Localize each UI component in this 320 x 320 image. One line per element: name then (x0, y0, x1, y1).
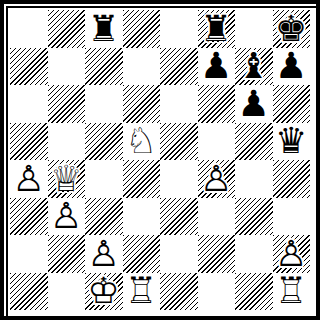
square-f1[interactable] (198, 273, 236, 311)
square-c8[interactable]: ♜♜ (85, 10, 123, 48)
white-pawn-f4[interactable]: ♙ (198, 160, 236, 198)
square-a7[interactable] (10, 48, 48, 86)
square-h2[interactable]: ♟♙ (273, 235, 311, 273)
square-f8[interactable]: ♜♜ (198, 10, 236, 48)
white-rook-h1[interactable]: ♖ (273, 273, 311, 311)
square-a4[interactable]: ♟♙ (10, 160, 48, 198)
black-pawn-f7[interactable]: ♟ (198, 48, 236, 86)
square-h8[interactable]: ♚♚ (273, 10, 311, 48)
square-b2[interactable] (48, 235, 86, 273)
white-rook-d1[interactable]: ♖ (123, 273, 161, 311)
square-d2[interactable] (123, 235, 161, 273)
black-pawn-h7[interactable]: ♟ (273, 48, 311, 86)
square-b4[interactable]: ♛♕ (48, 160, 86, 198)
square-h7[interactable]: ♟♟ (273, 48, 311, 86)
black-pawn-g6[interactable]: ♟ (235, 85, 273, 123)
square-f2[interactable] (198, 235, 236, 273)
square-d3[interactable] (123, 198, 161, 236)
square-b1[interactable] (48, 273, 86, 311)
square-e5[interactable] (160, 123, 198, 161)
square-g4[interactable] (235, 160, 273, 198)
square-a1[interactable] (10, 273, 48, 311)
white-pawn-h2[interactable]: ♙ (273, 235, 311, 273)
white-knight-d5[interactable]: ♘ (123, 123, 161, 161)
square-e7[interactable] (160, 48, 198, 86)
square-a6[interactable] (10, 85, 48, 123)
square-c6[interactable] (85, 85, 123, 123)
square-h5[interactable]: ♛♛ (273, 123, 311, 161)
square-b8[interactable] (48, 10, 86, 48)
black-rook-f8[interactable]: ♜ (198, 10, 236, 48)
square-e4[interactable] (160, 160, 198, 198)
black-bishop-g7[interactable]: ♝ (235, 48, 273, 86)
square-d5[interactable]: ♞♘ (123, 123, 161, 161)
square-c2[interactable]: ♟♙ (85, 235, 123, 273)
square-h1[interactable]: ♜♖ (273, 273, 311, 311)
white-queen-b4[interactable]: ♕ (48, 160, 86, 198)
square-e1[interactable] (160, 273, 198, 311)
square-e8[interactable] (160, 10, 198, 48)
chess-diagram: ♜♜♜♜♚♚♟♟♝♝♟♟♟♟♞♘♛♛♟♙♛♕♟♙♟♙♟♙♟♙♚♔♜♖♜♖ (0, 0, 320, 320)
square-c4[interactable] (85, 160, 123, 198)
square-e6[interactable] (160, 85, 198, 123)
square-g1[interactable] (235, 273, 273, 311)
white-pawn-c2[interactable]: ♙ (85, 235, 123, 273)
square-d1[interactable]: ♜♖ (123, 273, 161, 311)
square-g3[interactable] (235, 198, 273, 236)
square-e3[interactable] (160, 198, 198, 236)
square-g2[interactable] (235, 235, 273, 273)
square-b3[interactable]: ♟♙ (48, 198, 86, 236)
white-pawn-a4[interactable]: ♙ (10, 160, 48, 198)
square-h3[interactable] (273, 198, 311, 236)
square-f3[interactable] (198, 198, 236, 236)
square-g8[interactable] (235, 10, 273, 48)
square-f4[interactable]: ♟♙ (198, 160, 236, 198)
square-b6[interactable] (48, 85, 86, 123)
square-a8[interactable] (10, 10, 48, 48)
black-king-h8[interactable]: ♚ (273, 10, 311, 48)
square-a5[interactable] (10, 123, 48, 161)
square-b7[interactable] (48, 48, 86, 86)
chess-board: ♜♜♜♜♚♚♟♟♝♝♟♟♟♟♞♘♛♛♟♙♛♕♟♙♟♙♟♙♟♙♚♔♜♖♜♖ (10, 10, 310, 310)
square-c1[interactable]: ♚♔ (85, 273, 123, 311)
square-h6[interactable] (273, 85, 311, 123)
square-c7[interactable] (85, 48, 123, 86)
square-a3[interactable] (10, 198, 48, 236)
square-h4[interactable] (273, 160, 311, 198)
square-a2[interactable] (10, 235, 48, 273)
square-d8[interactable] (123, 10, 161, 48)
board-frame-outer: ♜♜♜♜♚♚♟♟♝♝♟♟♟♟♞♘♛♛♟♙♛♕♟♙♟♙♟♙♟♙♚♔♜♖♜♖ (0, 0, 320, 320)
black-queen-h5[interactable]: ♛ (273, 123, 311, 161)
white-pawn-b3[interactable]: ♙ (48, 198, 86, 236)
board-frame-inner: ♜♜♜♜♚♚♟♟♝♝♟♟♟♟♞♘♛♛♟♙♛♕♟♙♟♙♟♙♟♙♚♔♜♖♜♖ (6, 6, 318, 318)
white-king-c1[interactable]: ♔ (85, 273, 123, 311)
square-d6[interactable] (123, 85, 161, 123)
square-c5[interactable] (85, 123, 123, 161)
square-c3[interactable] (85, 198, 123, 236)
square-d7[interactable] (123, 48, 161, 86)
black-rook-c8[interactable]: ♜ (85, 10, 123, 48)
square-e2[interactable] (160, 235, 198, 273)
square-f6[interactable] (198, 85, 236, 123)
square-d4[interactable] (123, 160, 161, 198)
square-f7[interactable]: ♟♟ (198, 48, 236, 86)
square-g6[interactable]: ♟♟ (235, 85, 273, 123)
square-f5[interactable] (198, 123, 236, 161)
square-b5[interactable] (48, 123, 86, 161)
square-g5[interactable] (235, 123, 273, 161)
square-g7[interactable]: ♝♝ (235, 48, 273, 86)
